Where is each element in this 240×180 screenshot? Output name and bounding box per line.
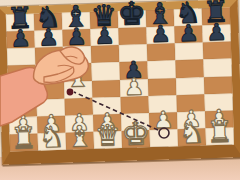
- square-e1[interactable]: ♚: [122, 130, 151, 148]
- square-c8[interactable]: ♝: [62, 12, 91, 30]
- square-f5[interactable]: [147, 61, 176, 79]
- square-d8[interactable]: ♛: [90, 11, 119, 29]
- black-king-e8: ♚: [117, 0, 147, 30]
- square-c2[interactable]: ♟: [65, 115, 94, 133]
- black-queen-d8: ♛: [90, 1, 117, 31]
- square-d5[interactable]: [91, 62, 120, 80]
- square-g1[interactable]: ♞: [178, 128, 207, 146]
- square-b1[interactable]: ♞: [38, 133, 67, 151]
- square-c1[interactable]: ♝: [66, 132, 95, 150]
- square-e3[interactable]: [120, 96, 149, 114]
- square-d1[interactable]: ♛: [94, 131, 123, 149]
- square-e8[interactable]: ♚: [118, 10, 147, 28]
- square-e4[interactable]: ♟: [120, 79, 149, 97]
- square-d4[interactable]: [92, 80, 121, 98]
- square-b2[interactable]: ♟: [37, 115, 66, 133]
- square-a5[interactable]: [7, 65, 36, 83]
- black-bishop-c8: ♝: [62, 2, 89, 32]
- square-g2[interactable]: ♟: [177, 111, 206, 129]
- square-c6[interactable]: [63, 46, 92, 64]
- square-b7[interactable]: ♟: [34, 30, 63, 48]
- black-rook-a8: ♜: [7, 4, 34, 34]
- square-d6[interactable]: [91, 45, 120, 63]
- square-e5[interactable]: ♟: [119, 62, 148, 80]
- board-grid: ♜♞♝♛♚♝♞♜♟♟♟♟♟♟♟♟♝♟♟♟♟♟♟♟♟♜♞♝♛♚♞♜: [6, 8, 234, 152]
- square-f2[interactable]: ♟: [149, 112, 178, 130]
- square-b3[interactable]: [37, 98, 66, 116]
- black-knight-b8: ♞: [35, 3, 62, 33]
- square-h2[interactable]: ♟: [205, 110, 234, 128]
- square-e7[interactable]: [118, 27, 147, 45]
- square-h7[interactable]: ♟: [202, 25, 231, 43]
- square-h3[interactable]: [204, 93, 233, 111]
- square-a7[interactable]: ♟: [6, 31, 35, 49]
- square-g4[interactable]: [176, 77, 205, 95]
- square-a3[interactable]: [9, 99, 38, 117]
- square-a1[interactable]: ♜: [10, 133, 39, 151]
- square-c7[interactable]: ♟: [62, 29, 91, 47]
- square-g6[interactable]: [175, 43, 204, 61]
- square-b5[interactable]: [35, 64, 64, 82]
- black-bishop-f8: ♝: [146, 0, 173, 29]
- square-g5[interactable]: [175, 60, 204, 78]
- square-f4[interactable]: [148, 78, 177, 96]
- square-d3[interactable]: [92, 97, 121, 115]
- square-h4[interactable]: [204, 76, 233, 94]
- square-c4[interactable]: ♝: [64, 80, 93, 98]
- square-b6[interactable]: [35, 47, 64, 65]
- square-a2[interactable]: ♟: [9, 116, 38, 134]
- chess-board: ♜♞♝♛♚♝♞♜♟♟♟♟♟♟♟♟♝♟♟♟♟♟♟♟♟♜♞♝♛♚♞♜: [0, 0, 240, 165]
- square-g7[interactable]: ♟: [174, 26, 203, 44]
- square-h1[interactable]: ♜: [205, 127, 234, 145]
- square-f3[interactable]: [148, 95, 177, 113]
- square-b4[interactable]: [36, 81, 65, 99]
- square-f8[interactable]: ♝: [146, 9, 175, 27]
- square-d7[interactable]: ♟: [90, 28, 119, 46]
- square-c3[interactable]: [64, 97, 93, 115]
- black-knight-g8: ♞: [174, 0, 201, 28]
- square-f6[interactable]: [147, 44, 176, 62]
- square-f7[interactable]: ♟: [146, 26, 175, 44]
- square-g3[interactable]: [176, 94, 205, 112]
- square-g8[interactable]: ♞: [174, 8, 203, 26]
- square-e6[interactable]: [119, 44, 148, 62]
- square-d2[interactable]: ♟: [93, 114, 122, 132]
- square-h5[interactable]: [203, 59, 232, 77]
- square-f1[interactable]: [150, 129, 179, 147]
- square-c5[interactable]: [63, 63, 92, 81]
- chess-move-illustration: ♜♞♝♛♚♝♞♜♟♟♟♟♟♟♟♟♝♟♟♟♟♟♟♟♟♜♞♝♛♚♞♜: [0, 0, 240, 180]
- square-e2[interactable]: [121, 113, 150, 131]
- square-h8[interactable]: ♜: [202, 8, 231, 26]
- square-a8[interactable]: ♜: [6, 14, 35, 32]
- black-rook-h8: ♜: [202, 0, 229, 27]
- square-a4[interactable]: [8, 82, 37, 100]
- square-a6[interactable]: [7, 48, 36, 66]
- square-b8[interactable]: ♞: [34, 13, 63, 31]
- square-h6[interactable]: [203, 42, 232, 60]
